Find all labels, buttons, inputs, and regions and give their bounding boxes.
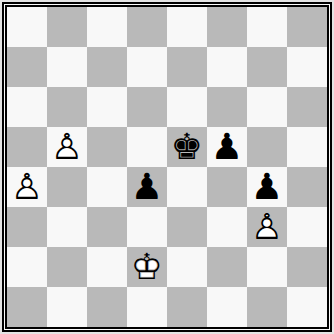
square-c5[interactable] <box>87 127 127 167</box>
square-b5[interactable]: ♟♙ <box>47 127 87 167</box>
square-b7[interactable] <box>47 47 87 87</box>
square-h8[interactable] <box>287 7 327 47</box>
square-e3[interactable] <box>167 207 207 247</box>
square-f5[interactable]: ♟ <box>207 127 247 167</box>
square-a6[interactable] <box>7 87 47 127</box>
square-d6[interactable] <box>127 87 167 127</box>
square-h7[interactable] <box>287 47 327 87</box>
square-d1[interactable] <box>127 287 167 327</box>
square-e7[interactable] <box>167 47 207 87</box>
square-f7[interactable] <box>207 47 247 87</box>
square-g6[interactable] <box>247 87 287 127</box>
square-a5[interactable] <box>7 127 47 167</box>
white-pawn-g3: ♟♙ <box>247 207 287 247</box>
square-f2[interactable] <box>207 247 247 287</box>
white-pawn-a4-outline: ♙ <box>7 167 47 207</box>
square-b6[interactable] <box>47 87 87 127</box>
square-d4[interactable]: ♟ <box>127 167 167 207</box>
square-d5[interactable] <box>127 127 167 167</box>
white-pawn-b5-outline: ♙ <box>47 127 87 167</box>
square-f4[interactable] <box>207 167 247 207</box>
square-h6[interactable] <box>287 87 327 127</box>
black-pawn-g4: ♟ <box>247 167 287 207</box>
chess-board: ♟♙♚♟♟♙♟♟♟♙♚♔ <box>7 7 327 327</box>
square-g4[interactable]: ♟ <box>247 167 287 207</box>
square-e4[interactable] <box>167 167 207 207</box>
square-e8[interactable] <box>167 7 207 47</box>
board-frame-outer: ♟♙♚♟♟♙♟♟♟♙♚♔ <box>2 2 332 332</box>
square-a2[interactable] <box>7 247 47 287</box>
square-b1[interactable] <box>47 287 87 327</box>
black-pawn-d4: ♟ <box>127 167 167 207</box>
square-b2[interactable] <box>47 247 87 287</box>
board-frame-inner: ♟♙♚♟♟♙♟♟♟♙♚♔ <box>5 5 329 329</box>
square-f3[interactable] <box>207 207 247 247</box>
black-pawn-f5: ♟ <box>207 127 247 167</box>
square-f8[interactable] <box>207 7 247 47</box>
white-king-d2-outline: ♔ <box>127 247 167 287</box>
square-h4[interactable] <box>287 167 327 207</box>
square-d2[interactable]: ♚♔ <box>127 247 167 287</box>
square-d3[interactable] <box>127 207 167 247</box>
square-g3[interactable]: ♟♙ <box>247 207 287 247</box>
square-h2[interactable] <box>287 247 327 287</box>
square-c3[interactable] <box>87 207 127 247</box>
white-pawn-g3-outline: ♙ <box>247 207 287 247</box>
square-a3[interactable] <box>7 207 47 247</box>
square-g1[interactable] <box>247 287 287 327</box>
square-h1[interactable] <box>287 287 327 327</box>
black-king-e5: ♚ <box>167 127 207 167</box>
chess-diagram: ♟♙♚♟♟♙♟♟♟♙♚♔ <box>0 0 334 334</box>
square-b3[interactable] <box>47 207 87 247</box>
square-f6[interactable] <box>207 87 247 127</box>
white-king-d2: ♚♔ <box>127 247 167 287</box>
square-e1[interactable] <box>167 287 207 327</box>
square-h5[interactable] <box>287 127 327 167</box>
square-c7[interactable] <box>87 47 127 87</box>
square-g2[interactable] <box>247 247 287 287</box>
square-c6[interactable] <box>87 87 127 127</box>
square-b4[interactable] <box>47 167 87 207</box>
square-e2[interactable] <box>167 247 207 287</box>
white-pawn-b5: ♟♙ <box>47 127 87 167</box>
square-f1[interactable] <box>207 287 247 327</box>
square-a4[interactable]: ♟♙ <box>7 167 47 207</box>
square-b8[interactable] <box>47 7 87 47</box>
square-c1[interactable] <box>87 287 127 327</box>
square-a1[interactable] <box>7 287 47 327</box>
square-e5[interactable]: ♚ <box>167 127 207 167</box>
square-d8[interactable] <box>127 7 167 47</box>
square-g8[interactable] <box>247 7 287 47</box>
square-g7[interactable] <box>247 47 287 87</box>
square-h3[interactable] <box>287 207 327 247</box>
square-e6[interactable] <box>167 87 207 127</box>
square-g5[interactable] <box>247 127 287 167</box>
square-d7[interactable] <box>127 47 167 87</box>
square-a8[interactable] <box>7 7 47 47</box>
square-c2[interactable] <box>87 247 127 287</box>
square-c8[interactable] <box>87 7 127 47</box>
white-pawn-a4: ♟♙ <box>7 167 47 207</box>
square-a7[interactable] <box>7 47 47 87</box>
square-c4[interactable] <box>87 167 127 207</box>
